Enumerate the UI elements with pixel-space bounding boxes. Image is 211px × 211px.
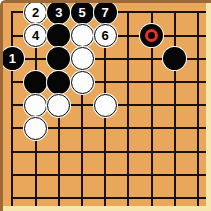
board-top-border bbox=[0, 0, 211, 3]
stone-white-move-2: 2 bbox=[24, 1, 47, 24]
stone-white bbox=[47, 94, 70, 117]
board-left-border bbox=[0, 0, 3, 211]
grid-line-horizontal bbox=[11, 174, 206, 176]
stone-black-move-7: 7 bbox=[94, 1, 117, 24]
grid-line-vertical bbox=[197, 11, 199, 206]
stone-white bbox=[94, 94, 117, 117]
stone-white bbox=[71, 24, 94, 47]
go-board: 2357461 bbox=[0, 0, 206, 206]
stone-black bbox=[24, 71, 47, 94]
stone-black-move-1: 1 bbox=[1, 47, 24, 70]
stone-white bbox=[71, 47, 94, 70]
stone-black bbox=[47, 71, 70, 94]
stone-black-move-5: 5 bbox=[71, 1, 94, 24]
grid-line-horizontal bbox=[11, 151, 206, 153]
stone-black bbox=[47, 47, 70, 70]
go-diagram: 2357461 bbox=[0, 0, 211, 211]
grid-line-vertical bbox=[11, 11, 13, 206]
stone-white bbox=[24, 117, 47, 140]
stone-black bbox=[47, 24, 70, 47]
grid-line-vertical bbox=[174, 11, 176, 206]
grid-line-vertical bbox=[127, 11, 129, 206]
stone-black-move-3: 3 bbox=[47, 1, 70, 24]
stone-white bbox=[24, 94, 47, 117]
stone-white-move-6: 6 bbox=[94, 24, 117, 47]
stone-black-marked bbox=[140, 24, 163, 47]
grid-line-horizontal bbox=[11, 197, 206, 199]
stone-black bbox=[163, 47, 186, 70]
stone-white-move-4: 4 bbox=[24, 24, 47, 47]
circle-marker-icon bbox=[145, 29, 158, 42]
stone-white bbox=[71, 71, 94, 94]
